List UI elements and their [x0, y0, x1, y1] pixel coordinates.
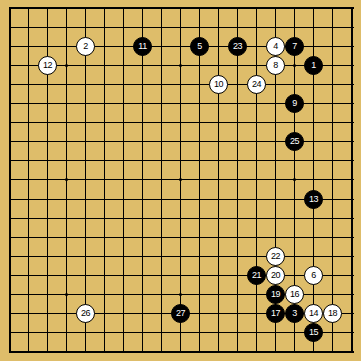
- grid-line-vertical: [123, 7, 124, 353]
- grid-line-vertical: [85, 7, 86, 353]
- stone-white-6: 6: [304, 266, 323, 285]
- grid-line-horizontal: [9, 275, 354, 276]
- grid-line-horizontal: [9, 84, 354, 85]
- grid-line-horizontal: [9, 218, 354, 219]
- stone-black-27: 27: [171, 304, 190, 323]
- grid-line-vertical: [237, 7, 238, 353]
- stone-white-4: 4: [266, 37, 285, 56]
- grid-line-vertical: [256, 7, 257, 353]
- grid-line-vertical: [161, 7, 162, 353]
- stone-black-1: 1: [304, 56, 323, 75]
- grid-line-vertical: [218, 7, 219, 353]
- stone-number: 27: [176, 309, 185, 318]
- star-point: [179, 293, 182, 296]
- grid-line-vertical: [199, 7, 200, 353]
- stone-number: 12: [43, 61, 52, 70]
- grid-line-horizontal: [9, 199, 354, 200]
- stone-number: 14: [309, 309, 318, 318]
- stone-number: 15: [309, 328, 318, 337]
- grid-line-horizontal: [9, 122, 354, 123]
- go-board: 1234567891011121314151617181920212223242…: [0, 0, 361, 361]
- stone-number: 24: [252, 80, 261, 89]
- star-point: [179, 178, 182, 181]
- stone-number: 25: [290, 137, 299, 146]
- stone-black-15: 15: [304, 323, 323, 342]
- star-point: [179, 64, 182, 67]
- stone-number: 10: [214, 80, 223, 89]
- grid-line-vertical: [351, 7, 353, 353]
- grid-line-horizontal: [9, 332, 354, 333]
- stone-number: 6: [311, 271, 316, 280]
- stone-number: 11: [138, 42, 146, 51]
- stone-number: 13: [309, 195, 318, 204]
- grid-line-horizontal: [9, 351, 354, 353]
- stone-number: 5: [197, 42, 202, 51]
- stone-white-10: 10: [209, 75, 228, 94]
- stone-black-21: 21: [247, 266, 266, 285]
- grid-line-horizontal: [9, 27, 354, 28]
- stone-number: 20: [271, 271, 280, 280]
- stone-number: 23: [233, 42, 242, 51]
- grid-line-vertical: [142, 7, 143, 353]
- stone-black-13: 13: [304, 190, 323, 209]
- grid-line-vertical: [104, 7, 105, 353]
- stone-white-26: 26: [76, 304, 95, 323]
- stone-white-14: 14: [304, 304, 323, 323]
- stone-number: 2: [83, 42, 88, 51]
- stone-black-19: 19: [266, 285, 285, 304]
- stone-number: 21: [252, 271, 261, 280]
- stone-black-5: 5: [190, 37, 209, 56]
- stone-white-18: 18: [323, 304, 342, 323]
- stone-white-22: 22: [266, 247, 285, 266]
- grid-line-horizontal: [9, 7, 354, 9]
- stone-number: 1: [311, 61, 316, 70]
- grid-line-vertical: [28, 7, 29, 353]
- stone-number: 26: [81, 309, 90, 318]
- grid-line-vertical: [332, 7, 333, 353]
- grid-line-vertical: [9, 7, 11, 353]
- star-point: [293, 178, 296, 181]
- stone-white-2: 2: [76, 37, 95, 56]
- star-point: [293, 64, 296, 67]
- stone-black-17: 17: [266, 304, 285, 323]
- stone-number: 4: [273, 42, 278, 51]
- stone-number: 16: [290, 290, 299, 299]
- stone-number: 17: [271, 309, 280, 318]
- grid-line-horizontal: [9, 160, 354, 161]
- stone-white-20: 20: [266, 266, 285, 285]
- stone-black-3: 3: [285, 304, 304, 323]
- star-point: [65, 178, 68, 181]
- stone-number: 18: [328, 309, 337, 318]
- stone-white-12: 12: [38, 56, 57, 75]
- stone-black-23: 23: [228, 37, 247, 56]
- grid-line-horizontal: [9, 237, 354, 238]
- stone-black-9: 9: [285, 94, 304, 113]
- star-point: [65, 293, 68, 296]
- stone-white-16: 16: [285, 285, 304, 304]
- stone-white-24: 24: [247, 75, 266, 94]
- stone-black-11: 11: [133, 37, 152, 56]
- star-point: [65, 64, 68, 67]
- stone-number: 22: [271, 252, 280, 261]
- stone-black-25: 25: [285, 132, 304, 151]
- stone-number: 3: [292, 309, 297, 318]
- stone-number: 7: [292, 42, 297, 51]
- stone-white-8: 8: [266, 56, 285, 75]
- stone-number: 9: [292, 99, 297, 108]
- stone-black-7: 7: [285, 37, 304, 56]
- stone-number: 8: [273, 61, 278, 70]
- grid-line-horizontal: [9, 256, 354, 257]
- stone-number: 19: [271, 290, 280, 299]
